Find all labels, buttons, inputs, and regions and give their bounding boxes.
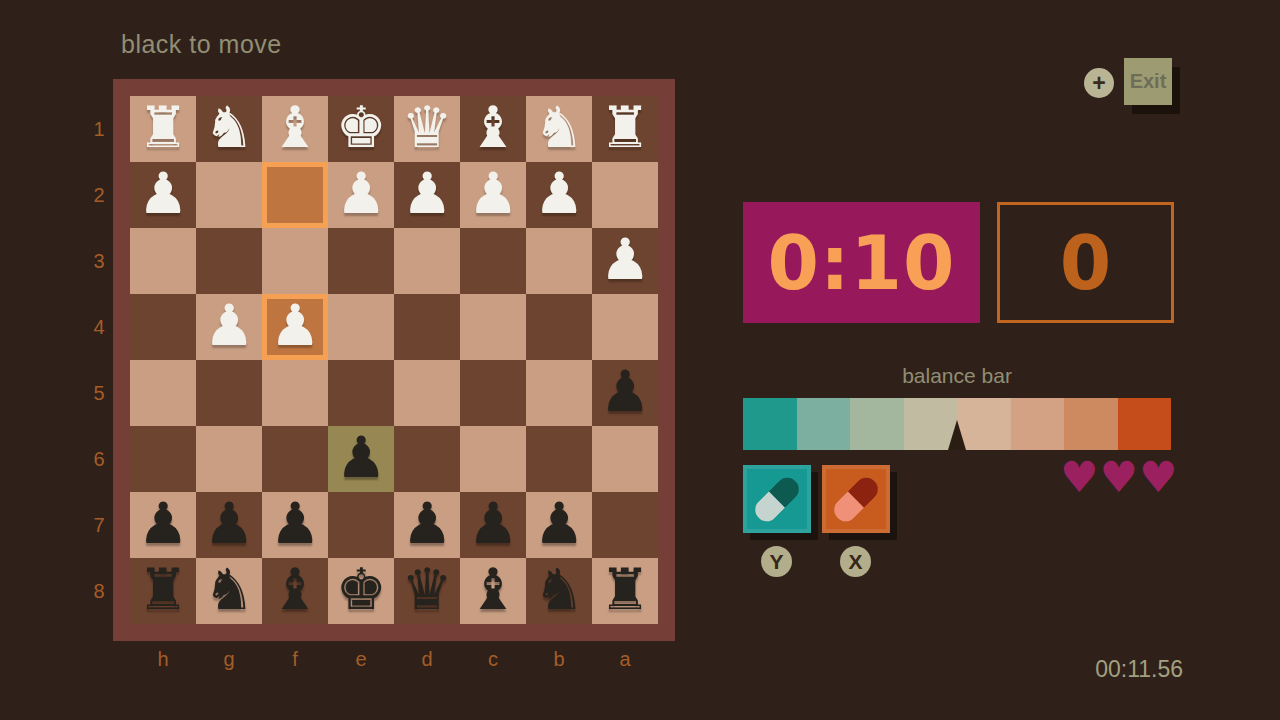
session-timer: 00:11.56 — [983, 656, 1183, 683]
square-d8[interactable]: ♛ — [394, 558, 460, 624]
white-bishop: ♝ — [269, 99, 320, 160]
white-pawn: ♟ — [401, 165, 452, 226]
square-f8[interactable]: ♝ — [262, 558, 328, 624]
square-g5[interactable] — [196, 360, 262, 426]
rank-label: 5 — [88, 360, 110, 426]
balance-segment — [1011, 398, 1065, 450]
black-pawn: ♟ — [599, 363, 650, 424]
balance-bar — [743, 398, 1171, 450]
square-b8[interactable]: ♞ — [526, 558, 592, 624]
balance-bar-label: balance bar — [743, 364, 1171, 388]
lives-hearts: ♥♥♥ — [1060, 456, 1176, 499]
file-label: c — [460, 645, 526, 673]
square-c1[interactable]: ♝ — [460, 96, 526, 162]
square-h5[interactable] — [130, 360, 196, 426]
file-label: a — [592, 645, 658, 673]
square-e3[interactable] — [328, 228, 394, 294]
rank-labels: 12345678 — [88, 96, 110, 624]
square-b3[interactable] — [526, 228, 592, 294]
square-f7[interactable]: ♟ — [262, 492, 328, 558]
black-knight: ♞ — [533, 561, 584, 622]
gamepad-y-badge: Y — [761, 546, 792, 577]
black-knight: ♞ — [203, 561, 254, 622]
black-pawn: ♟ — [137, 495, 188, 556]
black-pawn: ♟ — [467, 495, 518, 556]
score-counter: 0 — [997, 202, 1174, 323]
pill-icon — [829, 472, 882, 525]
turn-indicator: black to move — [121, 30, 282, 59]
square-f3[interactable] — [262, 228, 328, 294]
square-a5[interactable]: ♟ — [592, 360, 658, 426]
square-g2[interactable] — [196, 162, 262, 228]
move-timer: 0:10 — [743, 202, 980, 323]
square-g7[interactable]: ♟ — [196, 492, 262, 558]
square-a6[interactable] — [592, 426, 658, 492]
square-e5[interactable] — [328, 360, 394, 426]
white-rook: ♜ — [137, 99, 188, 160]
square-g1[interactable]: ♞ — [196, 96, 262, 162]
balance-segment — [1064, 398, 1118, 450]
board-grid: ♜♞♝♚♛♝♞♜♟♟♟♟♟♟♟♟♟♟♟♟♟♟♟♟♜♞♝♚♛♝♞♜ — [130, 96, 658, 624]
white-pawn: ♟ — [203, 297, 254, 358]
square-b5[interactable] — [526, 360, 592, 426]
square-h8[interactable]: ♜ — [130, 558, 196, 624]
rank-label: 4 — [88, 294, 110, 360]
teal-pill-item-button[interactable] — [743, 465, 811, 533]
square-e7[interactable] — [328, 492, 394, 558]
white-pawn: ♟ — [335, 165, 386, 226]
square-h2[interactable]: ♟ — [130, 162, 196, 228]
square-c5[interactable] — [460, 360, 526, 426]
black-rook: ♜ — [137, 561, 188, 622]
balance-segment — [797, 398, 851, 450]
square-d2[interactable]: ♟ — [394, 162, 460, 228]
pill-icon — [750, 472, 803, 525]
black-pawn: ♟ — [203, 495, 254, 556]
square-c7[interactable]: ♟ — [460, 492, 526, 558]
square-c8[interactable]: ♝ — [460, 558, 526, 624]
gamepad-x-badge: X — [840, 546, 871, 577]
white-knight: ♞ — [203, 99, 254, 160]
black-bishop: ♝ — [269, 561, 320, 622]
square-g4[interactable]: ♟ — [196, 294, 262, 360]
rank-label: 3 — [88, 228, 110, 294]
square-f6[interactable] — [262, 426, 328, 492]
file-label: g — [196, 645, 262, 673]
rank-label: 1 — [88, 96, 110, 162]
square-g8[interactable]: ♞ — [196, 558, 262, 624]
file-label: f — [262, 645, 328, 673]
square-h3[interactable] — [130, 228, 196, 294]
square-b6[interactable] — [526, 426, 592, 492]
file-label: d — [394, 645, 460, 673]
white-pawn: ♟ — [269, 297, 320, 358]
square-d3[interactable] — [394, 228, 460, 294]
black-pawn: ♟ — [335, 429, 386, 490]
orange-pill-item-button[interactable] — [822, 465, 890, 533]
zoom-in-button[interactable]: + — [1084, 68, 1114, 98]
white-queen: ♛ — [401, 99, 452, 160]
white-pawn: ♟ — [533, 165, 584, 226]
file-label: b — [526, 645, 592, 673]
square-e4[interactable] — [328, 294, 394, 360]
black-pawn: ♟ — [533, 495, 584, 556]
square-f1[interactable]: ♝ — [262, 96, 328, 162]
square-a3[interactable]: ♟ — [592, 228, 658, 294]
chess-board: ♜♞♝♚♛♝♞♜♟♟♟♟♟♟♟♟♟♟♟♟♟♟♟♟♜♞♝♚♛♝♞♜ — [113, 79, 675, 641]
square-h1[interactable]: ♜ — [130, 96, 196, 162]
square-f4[interactable]: ♟ — [262, 294, 328, 360]
square-f2[interactable] — [262, 162, 328, 228]
balance-segment — [1118, 398, 1172, 450]
file-labels: hgfedcba — [130, 645, 658, 673]
square-a7[interactable] — [592, 492, 658, 558]
square-d5[interactable] — [394, 360, 460, 426]
square-h7[interactable]: ♟ — [130, 492, 196, 558]
square-g3[interactable] — [196, 228, 262, 294]
black-pawn: ♟ — [401, 495, 452, 556]
white-rook: ♜ — [599, 99, 650, 160]
square-e2[interactable]: ♟ — [328, 162, 394, 228]
square-d1[interactable]: ♛ — [394, 96, 460, 162]
square-c2[interactable]: ♟ — [460, 162, 526, 228]
black-bishop: ♝ — [467, 561, 518, 622]
black-queen: ♛ — [401, 561, 452, 622]
rank-label: 7 — [88, 492, 110, 558]
rank-label: 8 — [88, 558, 110, 624]
square-b1[interactable]: ♞ — [526, 96, 592, 162]
white-bishop: ♝ — [467, 99, 518, 160]
square-c4[interactable] — [460, 294, 526, 360]
square-e8[interactable]: ♚ — [328, 558, 394, 624]
rank-label: 6 — [88, 426, 110, 492]
square-e1[interactable]: ♚ — [328, 96, 394, 162]
square-d6[interactable] — [394, 426, 460, 492]
exit-button[interactable]: Exit — [1124, 58, 1172, 105]
file-label: h — [130, 645, 196, 673]
white-knight: ♞ — [533, 99, 584, 160]
square-f5[interactable] — [262, 360, 328, 426]
rank-label: 2 — [88, 162, 110, 228]
file-label: e — [328, 645, 394, 673]
square-a8[interactable]: ♜ — [592, 558, 658, 624]
square-a4[interactable] — [592, 294, 658, 360]
balance-segment — [743, 398, 797, 450]
square-d7[interactable]: ♟ — [394, 492, 460, 558]
balance-pointer-icon — [948, 420, 966, 450]
square-b4[interactable] — [526, 294, 592, 360]
square-b2[interactable]: ♟ — [526, 162, 592, 228]
balance-segment — [850, 398, 904, 450]
square-d4[interactable] — [394, 294, 460, 360]
square-h6[interactable] — [130, 426, 196, 492]
white-pawn: ♟ — [467, 165, 518, 226]
white-pawn: ♟ — [137, 165, 188, 226]
white-king: ♚ — [335, 99, 386, 160]
white-pawn: ♟ — [599, 231, 650, 292]
square-a2[interactable] — [592, 162, 658, 228]
square-c6[interactable] — [460, 426, 526, 492]
square-h4[interactable] — [130, 294, 196, 360]
square-a1[interactable]: ♜ — [592, 96, 658, 162]
square-b7[interactable]: ♟ — [526, 492, 592, 558]
black-king: ♚ — [335, 561, 386, 622]
black-rook: ♜ — [599, 561, 650, 622]
black-pawn: ♟ — [269, 495, 320, 556]
square-c3[interactable] — [460, 228, 526, 294]
square-g6[interactable] — [196, 426, 262, 492]
square-e6[interactable]: ♟ — [328, 426, 394, 492]
